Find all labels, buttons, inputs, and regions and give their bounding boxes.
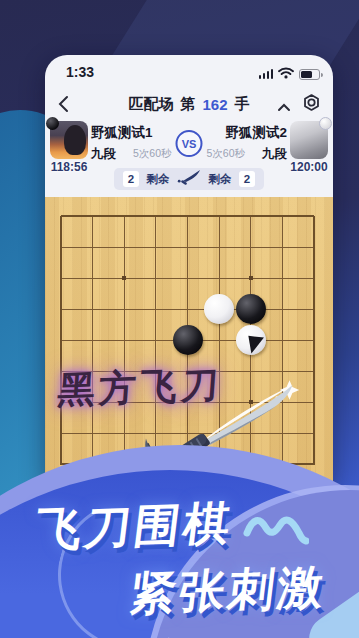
player-left-byoyomi: 5次60秒 bbox=[133, 147, 172, 161]
battery-icon bbox=[299, 69, 320, 80]
right-remaining-label: 剩余 bbox=[209, 172, 232, 187]
back-button[interactable] bbox=[58, 95, 69, 117]
wifi-icon bbox=[278, 65, 294, 83]
black-stone bbox=[173, 325, 203, 355]
settings-gear-button[interactable] bbox=[303, 94, 320, 115]
black-stone bbox=[236, 294, 266, 324]
promo-title-line1: 飞刀围棋 bbox=[32, 493, 237, 562]
left-dagger-count: 2 bbox=[123, 171, 139, 187]
player-right-clock: 120:00 bbox=[285, 160, 333, 174]
arena-label: 匹配场 bbox=[128, 95, 173, 114]
phone-screen: 1:33 匹配场 bbox=[45, 55, 333, 485]
dagger-icon bbox=[177, 169, 201, 189]
promo-title-line2: 紧张刺激 bbox=[126, 557, 331, 626]
move-suffix: 手 bbox=[235, 95, 250, 114]
go-board[interactable]: 黑方飞刀 bbox=[45, 197, 333, 485]
dagger-target-marker bbox=[236, 325, 266, 355]
nav-title: 匹配场 第 162 手 bbox=[128, 95, 249, 114]
player-right-rank: 九段 bbox=[262, 146, 287, 163]
left-remaining-label: 剩余 bbox=[147, 172, 170, 187]
player-right-avatar bbox=[290, 121, 328, 159]
status-time: 1:33 bbox=[66, 64, 94, 80]
status-bar: 1:33 bbox=[45, 55, 333, 88]
promo-page: 1:33 匹配场 bbox=[0, 0, 359, 638]
player-left-clock: 118:56 bbox=[45, 160, 93, 174]
squiggle-icon bbox=[243, 503, 309, 553]
white-stone bbox=[204, 294, 234, 324]
player-left-rank: 九段 bbox=[91, 146, 116, 163]
player-right-byoyomi: 5次60秒 bbox=[206, 147, 245, 161]
move-prefix: 第 bbox=[180, 95, 195, 114]
dagger-counter-bar: 2 剩余 剩余 2 bbox=[114, 168, 264, 190]
right-dagger-count: 2 bbox=[239, 171, 255, 187]
collapse-chevron-button[interactable] bbox=[277, 98, 291, 116]
player-right-name: 野狐测试2 bbox=[225, 124, 287, 142]
players-row: 118:56 野狐测试1 九段 5次60秒 VS 5次60秒 九段 野狐测试2 … bbox=[45, 120, 333, 168]
black-stone-badge-icon bbox=[46, 117, 59, 130]
move-number: 162 bbox=[202, 96, 227, 113]
player-left-avatar bbox=[50, 121, 88, 159]
signal-bars-icon bbox=[259, 69, 274, 79]
nav-bar: 匹配场 第 162 手 bbox=[45, 88, 333, 120]
white-stone-badge-icon bbox=[319, 117, 332, 130]
vs-badge: VS bbox=[176, 130, 203, 157]
player-left-name: 野狐测试1 bbox=[91, 124, 153, 142]
white-stone bbox=[236, 325, 266, 355]
